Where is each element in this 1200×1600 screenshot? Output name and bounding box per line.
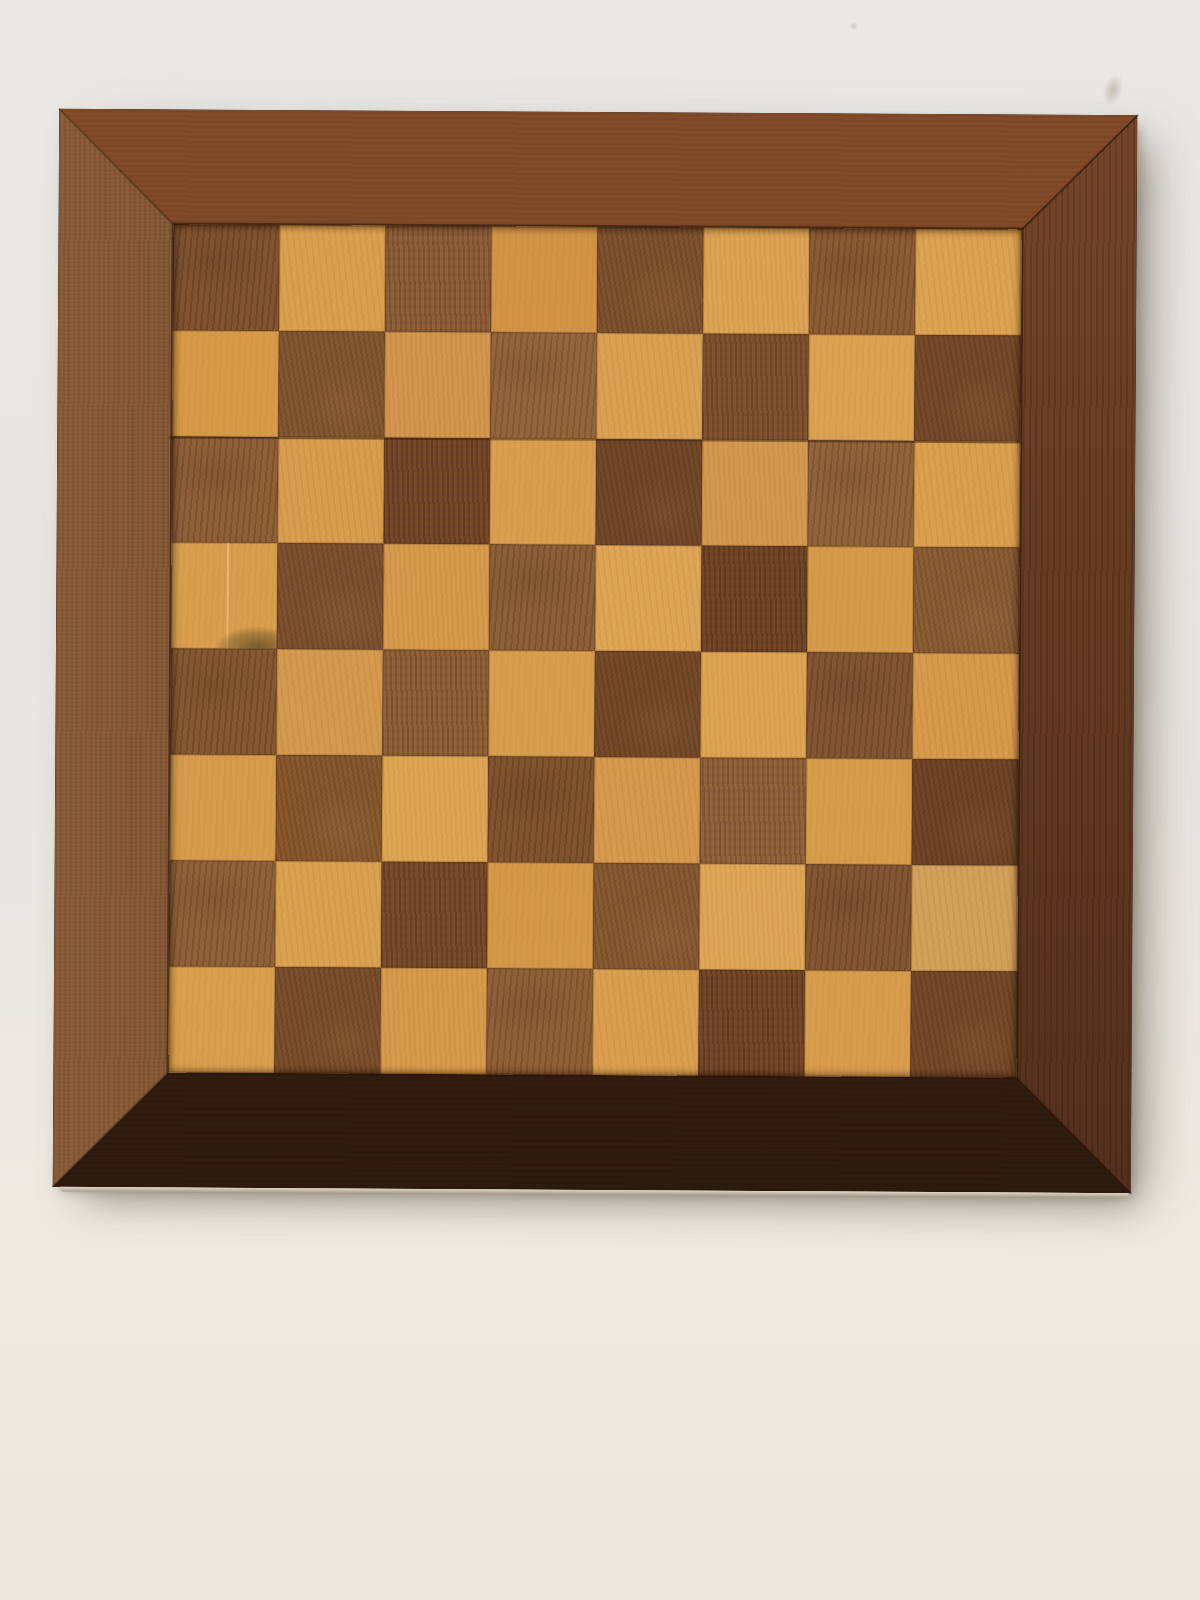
square-r1c6[interactable] [703,228,810,335]
square-r5c5[interactable] [594,651,701,758]
square-r4c7[interactable] [807,546,914,653]
square-r7c8[interactable] [911,865,1018,972]
square-r8c8[interactable] [910,971,1017,1078]
square-r8c2[interactable] [274,967,381,1074]
square-r5c6[interactable] [700,652,807,759]
playing-area [168,224,1021,1077]
square-r1c4[interactable] [491,226,598,333]
square-r3c4[interactable] [490,438,597,545]
chess-board [53,109,1138,1194]
wall-scuff [1094,65,1132,115]
square-r3c6[interactable] [702,440,809,547]
square-r4c2[interactable] [277,543,384,650]
square-r7c2[interactable] [275,861,382,968]
square-r1c2[interactable] [279,225,386,332]
square-r3c1[interactable] [172,436,279,543]
wall-scuff [848,20,860,32]
square-r5c2[interactable] [276,649,383,756]
square-r8c6[interactable] [698,970,805,1077]
square-r7c1[interactable] [169,860,276,967]
square-r1c7[interactable] [809,228,916,335]
square-r6c3[interactable] [382,756,489,863]
square-r3c5[interactable] [596,439,703,546]
square-r8c1[interactable] [168,966,275,1073]
square-r6c7[interactable] [806,758,913,865]
square-r1c1[interactable] [173,224,280,331]
square-r6c2[interactable] [276,755,383,862]
square-r3c7[interactable] [808,440,915,547]
square-r3c2[interactable] [278,437,385,544]
square-r8c5[interactable] [592,969,699,1076]
square-r1c5[interactable] [597,227,704,334]
square-r4c6[interactable] [701,546,808,653]
square-r1c3[interactable] [385,226,492,333]
square-r2c3[interactable] [384,332,491,439]
square-r7c5[interactable] [593,863,700,970]
square-r6c6[interactable] [700,758,807,865]
square-r3c3[interactable] [384,438,491,545]
square-r7c7[interactable] [805,864,912,971]
square-r6c8[interactable] [912,759,1019,866]
square-r6c4[interactable] [488,756,595,863]
square-r8c4[interactable] [486,968,593,1075]
square-r5c3[interactable] [382,650,489,757]
square-r4c8[interactable] [913,547,1020,654]
square-r2c8[interactable] [914,335,1021,442]
square-r6c5[interactable] [594,757,701,864]
square-r2c1[interactable] [172,330,279,437]
square-r2c4[interactable] [490,332,597,439]
square-r2c7[interactable] [808,334,915,441]
square-r4c5[interactable] [595,545,702,652]
photo-wall-background [0,0,1200,1600]
square-r3c8[interactable] [914,441,1021,548]
square-r5c1[interactable] [170,648,277,755]
square-r6c1[interactable] [170,754,277,861]
square-r7c4[interactable] [487,862,594,969]
square-r7c3[interactable] [381,862,488,969]
square-r7c6[interactable] [699,864,806,971]
square-r2c5[interactable] [596,333,703,440]
square-r5c4[interactable] [488,650,595,757]
square-r5c7[interactable] [806,652,913,759]
square-r2c6[interactable] [702,334,809,441]
square-r4c3[interactable] [383,544,490,651]
square-r1c8[interactable] [915,229,1022,336]
square-r8c7[interactable] [804,970,911,1077]
square-r5c8[interactable] [912,653,1019,760]
square-r4c1[interactable] [171,542,278,649]
square-r8c3[interactable] [380,968,487,1075]
square-r4c4[interactable] [489,544,596,651]
square-r2c2[interactable] [278,331,385,438]
